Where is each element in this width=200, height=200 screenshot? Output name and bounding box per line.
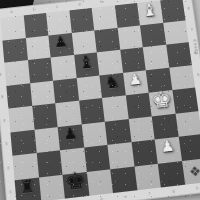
square-e2[interactable] (107, 142, 134, 169)
square-h5[interactable] (169, 65, 195, 90)
board-grid: ♝♟♝♞♟♚♟♟♜♚❖ (0, 0, 200, 200)
square-a8[interactable] (0, 15, 25, 40)
square-f2[interactable] (131, 139, 158, 166)
square-c4[interactable] (55, 101, 81, 127)
white-king[interactable]: ♚ (150, 88, 172, 112)
square-c8[interactable] (46, 10, 71, 35)
white-pawn[interactable]: ♟ (160, 139, 176, 156)
square-e3[interactable] (105, 119, 131, 145)
square-d8[interactable] (69, 8, 94, 33)
square-e1[interactable] (110, 166, 137, 193)
square-c3[interactable]: ♟ (58, 124, 84, 150)
square-b1[interactable] (38, 174, 64, 200)
square-f1[interactable] (134, 163, 161, 190)
square-d4[interactable] (79, 98, 105, 124)
square-e7[interactable] (94, 27, 120, 52)
square-h2[interactable] (178, 134, 200, 161)
square-g1[interactable] (158, 161, 185, 188)
square-b5[interactable] (30, 80, 56, 106)
black-knight[interactable]: ♞ (103, 73, 120, 91)
square-b4[interactable] (32, 103, 58, 129)
square-f7[interactable] (117, 25, 143, 50)
square-h6[interactable] (166, 42, 192, 67)
square-d2[interactable] (84, 145, 110, 172)
square-a1[interactable]: ♜ (15, 177, 41, 200)
square-d5[interactable] (76, 75, 102, 101)
black-king[interactable]: ♚ (64, 169, 86, 194)
square-h8[interactable] (160, 0, 186, 22)
square-g4[interactable]: ♚ (149, 90, 175, 116)
square-d3[interactable] (81, 121, 107, 147)
square-g2[interactable]: ♟ (155, 137, 182, 164)
square-b2[interactable] (36, 150, 62, 177)
chess-board: abcdefgh abcdefgh 87654321 87654321 CHES… (0, 0, 200, 200)
white-pawn[interactable]: ♟ (128, 72, 143, 88)
square-b8[interactable] (23, 13, 48, 38)
square-e8[interactable] (92, 5, 117, 30)
photo-stage: abcdefgh abcdefgh 87654321 87654321 CHES… (0, 0, 200, 200)
board-maker-logo-icon: ❖ (188, 164, 200, 179)
square-f3[interactable] (128, 116, 154, 142)
square-e4[interactable] (102, 95, 128, 121)
square-c7[interactable]: ♟ (48, 33, 73, 58)
square-g3[interactable] (152, 113, 179, 139)
square-c1[interactable]: ♚ (62, 172, 89, 199)
square-h1[interactable]: ❖ (181, 158, 200, 185)
black-pawn[interactable]: ♟ (53, 34, 68, 50)
square-f8[interactable] (114, 3, 140, 28)
square-h4[interactable] (172, 87, 199, 113)
square-g6[interactable] (143, 45, 169, 70)
square-b6[interactable] (27, 58, 52, 83)
black-pawn[interactable]: ♟ (63, 126, 78, 143)
square-a6[interactable] (4, 60, 29, 85)
square-f5[interactable]: ♟ (123, 70, 149, 96)
square-d6[interactable]: ♝ (74, 52, 100, 77)
square-h3[interactable] (175, 111, 200, 137)
square-a4[interactable] (8, 106, 34, 132)
white-bishop[interactable]: ♝ (141, 1, 159, 20)
square-d1[interactable] (86, 169, 113, 196)
black-rook[interactable]: ♜ (19, 178, 35, 196)
square-a7[interactable] (2, 38, 27, 63)
square-f4[interactable] (125, 93, 151, 119)
square-h7[interactable] (163, 20, 189, 45)
square-b3[interactable] (34, 127, 60, 153)
square-a2[interactable] (12, 153, 38, 180)
square-g8[interactable]: ♝ (137, 0, 163, 24)
square-e5[interactable]: ♞ (99, 72, 125, 98)
square-f6[interactable] (120, 47, 146, 72)
square-g7[interactable] (140, 22, 166, 47)
square-c5[interactable] (53, 78, 79, 104)
square-a3[interactable] (10, 129, 36, 155)
square-c6[interactable] (51, 55, 77, 80)
square-b7[interactable] (25, 35, 50, 60)
square-a5[interactable] (6, 83, 31, 109)
black-bishop[interactable]: ♝ (77, 53, 95, 72)
